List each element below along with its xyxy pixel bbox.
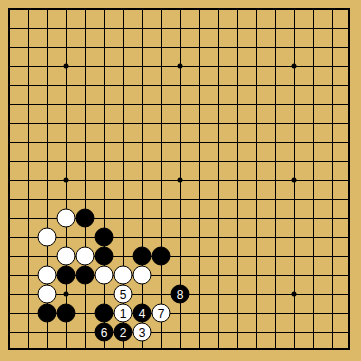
black-stone-move-6-F2: 6 — [95, 323, 114, 342]
white-stone-C7 — [38, 228, 57, 247]
black-stone-E8 — [76, 209, 95, 228]
white-stone-C5 — [38, 266, 57, 285]
white-stone-move-7-J3: 7 — [152, 304, 171, 323]
stones-layer: 58147623 — [0, 0, 361, 361]
white-stone-move-1-G3: 1 — [114, 304, 133, 323]
black-stone-D5 — [57, 266, 76, 285]
white-stone-move-5-G4: 5 — [114, 285, 133, 304]
black-stone-move-4-H3: 4 — [133, 304, 152, 323]
black-stone-F6 — [95, 247, 114, 266]
white-stone-D6 — [57, 247, 76, 266]
white-stone-D8 — [57, 209, 76, 228]
go-board-diagram: 58147623 — [0, 0, 361, 361]
black-stone-C3 — [38, 304, 57, 323]
black-stone-F3 — [95, 304, 114, 323]
white-stone-C4 — [38, 285, 57, 304]
white-stone-F5 — [95, 266, 114, 285]
black-stone-move-8-K4: 8 — [171, 285, 190, 304]
black-stone-E5 — [76, 266, 95, 285]
white-stone-H5 — [133, 266, 152, 285]
black-stone-move-2-G2: 2 — [114, 323, 133, 342]
black-stone-H6 — [133, 247, 152, 266]
white-stone-G5 — [114, 266, 133, 285]
black-stone-F7 — [95, 228, 114, 247]
white-stone-move-3-H2: 3 — [133, 323, 152, 342]
black-stone-J6 — [152, 247, 171, 266]
black-stone-D3 — [57, 304, 76, 323]
white-stone-E6 — [76, 247, 95, 266]
